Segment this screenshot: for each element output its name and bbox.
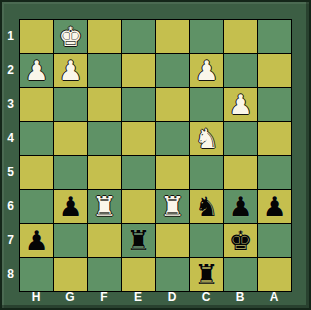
square-h2[interactable]: ♟ bbox=[20, 54, 53, 87]
piece-white-knight[interactable]: ♞ bbox=[194, 125, 218, 152]
piece-black-rook[interactable]: ♜ bbox=[194, 261, 218, 288]
square-a6[interactable]: ♟ bbox=[258, 190, 291, 223]
square-g3[interactable] bbox=[54, 88, 87, 121]
square-a1[interactable] bbox=[258, 20, 291, 53]
square-b3[interactable]: ♟ bbox=[224, 88, 257, 121]
piece-white-pawn[interactable]: ♟ bbox=[194, 57, 218, 84]
square-a3[interactable] bbox=[258, 88, 291, 121]
piece-white-pawn[interactable]: ♟ bbox=[228, 91, 252, 118]
square-a2[interactable] bbox=[258, 54, 291, 87]
square-a8[interactable] bbox=[258, 258, 291, 291]
square-e3[interactable] bbox=[122, 88, 155, 121]
square-b2[interactable] bbox=[224, 54, 257, 87]
square-d4[interactable] bbox=[156, 122, 189, 155]
square-d1[interactable] bbox=[156, 20, 189, 53]
square-c2[interactable]: ♟ bbox=[190, 54, 223, 87]
square-e7[interactable]: ♜ bbox=[122, 224, 155, 257]
square-d3[interactable] bbox=[156, 88, 189, 121]
file-label-E: E bbox=[121, 288, 155, 306]
square-f5[interactable] bbox=[88, 156, 121, 189]
square-a7[interactable] bbox=[258, 224, 291, 257]
file-label-B: B bbox=[223, 288, 257, 306]
piece-black-pawn[interactable]: ♟ bbox=[228, 193, 252, 220]
rank-label-4: 4 bbox=[2, 121, 19, 155]
rank-label-5: 5 bbox=[2, 155, 19, 189]
square-g2[interactable]: ♟ bbox=[54, 54, 87, 87]
square-c5[interactable] bbox=[190, 156, 223, 189]
square-e6[interactable] bbox=[122, 190, 155, 223]
piece-black-pawn[interactable]: ♟ bbox=[262, 193, 286, 220]
rank-label-6: 6 bbox=[2, 189, 19, 223]
square-g7[interactable] bbox=[54, 224, 87, 257]
square-e8[interactable] bbox=[122, 258, 155, 291]
file-label-G: G bbox=[53, 288, 87, 306]
square-c8[interactable]: ♜ bbox=[190, 258, 223, 291]
piece-white-pawn[interactable]: ♟ bbox=[58, 57, 82, 84]
file-label-H: H bbox=[19, 288, 53, 306]
square-h7[interactable]: ♟ bbox=[20, 224, 53, 257]
square-c3[interactable] bbox=[190, 88, 223, 121]
square-c6[interactable]: ♞ bbox=[190, 190, 223, 223]
file-label-D: D bbox=[155, 288, 189, 306]
chess-board: ♚♟♟♟♟♞♟♜♜♞♟♟♟♜♚♜ bbox=[19, 19, 292, 292]
square-c7[interactable] bbox=[190, 224, 223, 257]
square-e1[interactable] bbox=[122, 20, 155, 53]
square-c4[interactable]: ♞ bbox=[190, 122, 223, 155]
square-b5[interactable] bbox=[224, 156, 257, 189]
file-label-F: F bbox=[87, 288, 121, 306]
square-d6[interactable]: ♜ bbox=[156, 190, 189, 223]
rank-label-3: 3 bbox=[2, 87, 19, 121]
square-d5[interactable] bbox=[156, 156, 189, 189]
square-f8[interactable] bbox=[88, 258, 121, 291]
piece-black-rook[interactable]: ♜ bbox=[126, 227, 150, 254]
piece-black-pawn[interactable]: ♟ bbox=[58, 193, 82, 220]
square-b1[interactable] bbox=[224, 20, 257, 53]
square-h8[interactable] bbox=[20, 258, 53, 291]
piece-white-king[interactable]: ♚ bbox=[58, 23, 82, 50]
square-h6[interactable] bbox=[20, 190, 53, 223]
square-h3[interactable] bbox=[20, 88, 53, 121]
piece-white-pawn[interactable]: ♟ bbox=[24, 57, 48, 84]
square-d8[interactable] bbox=[156, 258, 189, 291]
piece-white-rook[interactable]: ♜ bbox=[160, 193, 184, 220]
square-f4[interactable] bbox=[88, 122, 121, 155]
square-a5[interactable] bbox=[258, 156, 291, 189]
square-d2[interactable] bbox=[156, 54, 189, 87]
square-h1[interactable] bbox=[20, 20, 53, 53]
square-g6[interactable]: ♟ bbox=[54, 190, 87, 223]
square-g1[interactable]: ♚ bbox=[54, 20, 87, 53]
square-h4[interactable] bbox=[20, 122, 53, 155]
square-e2[interactable] bbox=[122, 54, 155, 87]
square-f1[interactable] bbox=[88, 20, 121, 53]
square-b6[interactable]: ♟ bbox=[224, 190, 257, 223]
square-c1[interactable] bbox=[190, 20, 223, 53]
square-b7[interactable]: ♚ bbox=[224, 224, 257, 257]
square-d7[interactable] bbox=[156, 224, 189, 257]
square-f2[interactable] bbox=[88, 54, 121, 87]
square-g4[interactable] bbox=[54, 122, 87, 155]
piece-black-king[interactable]: ♚ bbox=[228, 227, 252, 254]
square-h5[interactable] bbox=[20, 156, 53, 189]
square-b4[interactable] bbox=[224, 122, 257, 155]
rank-label-7: 7 bbox=[2, 223, 19, 257]
square-f7[interactable] bbox=[88, 224, 121, 257]
square-b8[interactable] bbox=[224, 258, 257, 291]
piece-black-knight[interactable]: ♞ bbox=[194, 193, 218, 220]
file-label-C: C bbox=[189, 288, 223, 306]
square-f6[interactable]: ♜ bbox=[88, 190, 121, 223]
piece-black-pawn[interactable]: ♟ bbox=[24, 227, 48, 254]
square-g5[interactable] bbox=[54, 156, 87, 189]
square-a4[interactable] bbox=[258, 122, 291, 155]
square-f3[interactable] bbox=[88, 88, 121, 121]
rank-label-2: 2 bbox=[2, 53, 19, 87]
chess-board-frame: 12345678 ♚♟♟♟♟♞♟♜♜♞♟♟♟♜♚♜ HGFEDCBA bbox=[0, 0, 311, 310]
rank-label-8: 8 bbox=[2, 257, 19, 291]
piece-white-rook[interactable]: ♜ bbox=[92, 193, 116, 220]
square-e5[interactable] bbox=[122, 156, 155, 189]
square-g8[interactable] bbox=[54, 258, 87, 291]
square-e4[interactable] bbox=[122, 122, 155, 155]
rank-label-1: 1 bbox=[2, 19, 19, 53]
file-label-A: A bbox=[257, 288, 291, 306]
